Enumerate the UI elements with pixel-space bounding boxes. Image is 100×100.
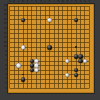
board-grid (8, 4, 92, 91)
row-label: 3 (0, 77, 8, 81)
row-label: 9 (0, 50, 8, 54)
row-label: 10 (0, 45, 8, 49)
row-label: 14 (0, 27, 8, 31)
go-app-screenshot: ABCDEFGHJKLMNOPQRST 19181716151413121110… (0, 0, 100, 100)
row-label: 12 (0, 36, 8, 40)
row-label: 18 (0, 9, 8, 13)
row-label: 4 (0, 73, 8, 77)
intersection[interactable] (87, 86, 91, 91)
row-label: 5 (0, 68, 8, 72)
row-label: 16 (0, 18, 8, 22)
row-label: 6 (0, 64, 8, 68)
go-board (8, 4, 94, 93)
row-label: 7 (0, 59, 8, 63)
row-label: 13 (0, 32, 8, 36)
row-label: 19 (0, 4, 8, 8)
row-label: 15 (0, 22, 8, 26)
row-label: 8 (0, 54, 8, 58)
row-label: 11 (0, 41, 8, 45)
row-label: 17 (0, 13, 8, 17)
row-label: 2 (0, 82, 8, 86)
star-point (22, 74, 24, 76)
star-point (75, 46, 77, 48)
star-point (49, 74, 51, 76)
row-label: 1 (0, 87, 8, 91)
